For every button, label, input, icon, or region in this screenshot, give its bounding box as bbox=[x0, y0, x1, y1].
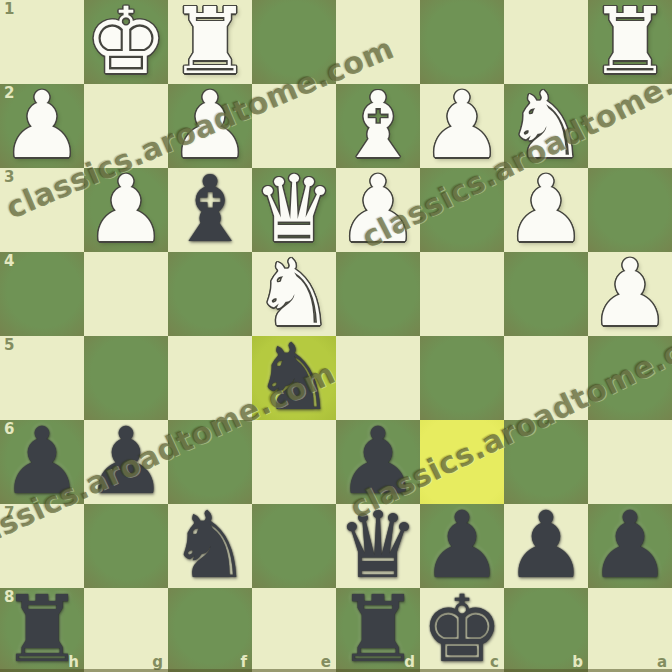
square-c3[interactable] bbox=[420, 168, 504, 252]
rank-label-5: 5 bbox=[4, 338, 14, 353]
square-e7[interactable] bbox=[252, 504, 336, 588]
square-h4[interactable]: 4 bbox=[0, 252, 84, 336]
square-e6[interactable] bbox=[252, 420, 336, 504]
piece-white-pawn[interactable]: ♟ bbox=[336, 168, 420, 252]
square-c5[interactable] bbox=[420, 336, 504, 420]
square-a5[interactable] bbox=[588, 336, 672, 420]
square-g6[interactable]: ♟ bbox=[84, 420, 168, 504]
square-e1[interactable] bbox=[252, 0, 336, 84]
file-label-g: g bbox=[152, 655, 163, 670]
square-c2[interactable]: ♟ bbox=[420, 84, 504, 168]
square-f8[interactable]: f bbox=[168, 588, 252, 672]
square-c4[interactable] bbox=[420, 252, 504, 336]
rank-label-4: 4 bbox=[4, 254, 14, 269]
square-f3[interactable]: ♝ bbox=[168, 168, 252, 252]
square-a4[interactable]: ♟ bbox=[588, 252, 672, 336]
square-b8[interactable]: b bbox=[504, 588, 588, 672]
square-a8[interactable]: a bbox=[588, 588, 672, 672]
piece-black-bishop[interactable]: ♝ bbox=[168, 168, 252, 252]
square-c8[interactable]: ♚c bbox=[420, 588, 504, 672]
square-b7[interactable]: ♟ bbox=[504, 504, 588, 588]
chess-screenshot: 1♚♜♜♟2♟♝♟♞3♟♝♛♟♟4♞♟5♞♟6♟♟7♞♛♟♟♟♜8hgfe♜d♚… bbox=[0, 0, 672, 672]
square-g3[interactable]: ♟ bbox=[84, 168, 168, 252]
square-h8[interactable]: ♜8h bbox=[0, 588, 84, 672]
square-b5[interactable] bbox=[504, 336, 588, 420]
file-label-e: e bbox=[321, 655, 331, 670]
square-g7[interactable] bbox=[84, 504, 168, 588]
square-h2[interactable]: ♟2 bbox=[0, 84, 84, 168]
piece-white-pawn[interactable]: ♟ bbox=[420, 84, 504, 168]
square-g1[interactable]: ♚ bbox=[84, 0, 168, 84]
piece-white-king[interactable]: ♚ bbox=[84, 0, 168, 84]
file-label-h: h bbox=[68, 655, 79, 670]
square-f4[interactable] bbox=[168, 252, 252, 336]
square-g4[interactable] bbox=[84, 252, 168, 336]
piece-white-rook[interactable]: ♜ bbox=[588, 0, 672, 84]
piece-black-knight[interactable]: ♞ bbox=[168, 504, 252, 588]
rank-label-6: 6 bbox=[4, 422, 14, 437]
square-g8[interactable]: g bbox=[84, 588, 168, 672]
square-b4[interactable] bbox=[504, 252, 588, 336]
square-d4[interactable] bbox=[336, 252, 420, 336]
rank-label-2: 2 bbox=[4, 86, 14, 101]
square-a7[interactable]: ♟ bbox=[588, 504, 672, 588]
square-h3[interactable]: 3 bbox=[0, 168, 84, 252]
square-f7[interactable]: ♞ bbox=[168, 504, 252, 588]
rank-label-3: 3 bbox=[4, 170, 14, 185]
file-label-c: c bbox=[490, 655, 499, 670]
piece-black-knight[interactable]: ♞ bbox=[252, 336, 336, 420]
file-label-a: a bbox=[657, 655, 667, 670]
file-label-d: d bbox=[404, 655, 415, 670]
piece-white-pawn[interactable]: ♟ bbox=[504, 168, 588, 252]
square-h6[interactable]: ♟6 bbox=[0, 420, 84, 504]
square-b3[interactable]: ♟ bbox=[504, 168, 588, 252]
square-e8[interactable]: e bbox=[252, 588, 336, 672]
piece-black-pawn[interactable]: ♟ bbox=[588, 504, 672, 588]
file-label-f: f bbox=[240, 655, 247, 670]
piece-white-pawn[interactable]: ♟ bbox=[84, 168, 168, 252]
square-d3[interactable]: ♟ bbox=[336, 168, 420, 252]
chess-board: 1♚♜♜♟2♟♝♟♞3♟♝♛♟♟4♞♟5♞♟6♟♟7♞♛♟♟♟♜8hgfe♜d♚… bbox=[0, 0, 672, 672]
rank-label-7: 7 bbox=[4, 506, 14, 521]
square-a1[interactable]: ♜ bbox=[588, 0, 672, 84]
square-d8[interactable]: ♜d bbox=[336, 588, 420, 672]
file-label-b: b bbox=[572, 655, 583, 670]
piece-white-pawn[interactable]: ♟ bbox=[588, 252, 672, 336]
piece-black-pawn[interactable]: ♟ bbox=[504, 504, 588, 588]
square-a2[interactable] bbox=[588, 84, 672, 168]
rank-label-8: 8 bbox=[4, 590, 14, 605]
rank-label-1: 1 bbox=[4, 2, 14, 17]
square-e5[interactable]: ♞ bbox=[252, 336, 336, 420]
square-f5[interactable] bbox=[168, 336, 252, 420]
piece-black-pawn[interactable]: ♟ bbox=[84, 420, 168, 504]
